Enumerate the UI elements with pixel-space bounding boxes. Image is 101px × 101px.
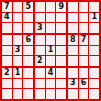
cell-r6c7[interactable] <box>68 56 78 66</box>
cell-r6c8[interactable] <box>79 56 89 66</box>
cell-r9c3[interactable] <box>23 89 33 99</box>
cell-r5c4[interactable] <box>35 46 45 56</box>
cell-r7c4[interactable] <box>35 68 45 78</box>
cell-r6c4: 2 <box>35 56 45 66</box>
cell-r8c2[interactable] <box>13 79 23 89</box>
cell-r7c7[interactable] <box>68 68 78 78</box>
box-2-1: 63 <box>2 35 33 66</box>
cell-r6c5[interactable] <box>46 56 56 66</box>
cell-r8c4[interactable] <box>35 79 45 89</box>
cell-r5c5: 1 <box>46 46 56 56</box>
box-2-3: 87 <box>68 35 99 66</box>
cell-r2c6[interactable] <box>56 13 66 23</box>
cell-r8c6[interactable] <box>56 79 66 89</box>
cell-r2c3[interactable] <box>23 13 33 23</box>
cell-r2c9: 1 <box>89 13 99 23</box>
cell-r5c2: 3 <box>13 46 23 56</box>
box-1-3: 1 <box>68 2 99 33</box>
cell-r9c5[interactable] <box>46 89 56 99</box>
cell-r5c8[interactable] <box>79 46 89 56</box>
cell-r1c3: 5 <box>23 2 33 12</box>
cell-r9c9[interactable] <box>89 89 99 99</box>
cell-r7c3[interactable] <box>23 68 33 78</box>
cell-r2c7[interactable] <box>68 13 78 23</box>
cell-r1c8[interactable] <box>79 2 89 12</box>
cell-r2c2[interactable] <box>13 13 23 23</box>
cell-r9c4[interactable] <box>35 89 45 99</box>
cell-r7c6[interactable] <box>56 68 66 78</box>
cell-r3c2[interactable] <box>13 23 23 33</box>
cell-r1c4[interactable] <box>35 2 45 12</box>
cell-r3c9[interactable] <box>89 23 99 33</box>
cell-r9c6[interactable] <box>56 89 66 99</box>
cell-r8c1[interactable] <box>2 79 12 89</box>
cell-r3c5[interactable] <box>46 23 56 33</box>
cell-r3c1[interactable] <box>2 23 12 33</box>
cell-r2c8[interactable] <box>79 13 89 23</box>
cell-r4c7: 8 <box>68 35 78 45</box>
cell-r5c7[interactable] <box>68 46 78 56</box>
box-1-2: 93 <box>35 2 66 33</box>
cell-r4c4[interactable] <box>35 35 45 45</box>
cell-r7c5: 4 <box>46 68 56 78</box>
cell-r1c2[interactable] <box>13 2 23 12</box>
cell-r4c6[interactable] <box>56 35 66 45</box>
cell-r1c5[interactable] <box>46 2 56 12</box>
cell-r9c2[interactable] <box>13 89 23 99</box>
cell-r7c8[interactable] <box>79 68 89 78</box>
cell-r7c2: 1 <box>13 68 23 78</box>
cell-r5c6[interactable] <box>56 46 66 56</box>
cell-r6c2[interactable] <box>13 56 23 66</box>
box-2-2: 12 <box>35 35 66 66</box>
cell-r1c7[interactable] <box>68 2 78 12</box>
cell-r6c9[interactable] <box>89 56 99 66</box>
cell-r3c7[interactable] <box>68 23 78 33</box>
cell-r7c9[interactable] <box>89 68 99 78</box>
cell-r2c5[interactable] <box>46 13 56 23</box>
box-3-3: 36 <box>68 68 99 99</box>
box-3-2: 4 <box>35 68 66 99</box>
cell-r6c1[interactable] <box>2 56 12 66</box>
cell-r3c3[interactable] <box>23 23 33 33</box>
sudoku-board: 75493163128721436 <box>0 0 101 101</box>
cell-r2c4[interactable] <box>35 13 45 23</box>
cell-r3c8[interactable] <box>79 23 89 33</box>
cell-r8c5[interactable] <box>46 79 56 89</box>
cell-r2c1: 4 <box>2 13 12 23</box>
cell-r4c9[interactable] <box>89 35 99 45</box>
cell-r3c4: 3 <box>35 23 45 33</box>
cell-r1c1: 7 <box>2 2 12 12</box>
cell-r4c5[interactable] <box>46 35 56 45</box>
cell-r9c1[interactable] <box>2 89 12 99</box>
box-3-1: 21 <box>2 68 33 99</box>
cell-r4c8: 7 <box>79 35 89 45</box>
cell-r3c6[interactable] <box>56 23 66 33</box>
cell-r5c9[interactable] <box>89 46 99 56</box>
cell-r9c7[interactable] <box>68 89 78 99</box>
cell-r8c3[interactable] <box>23 79 33 89</box>
cell-r8c9[interactable] <box>89 79 99 89</box>
cell-r4c2[interactable] <box>13 35 23 45</box>
cell-r1c6: 9 <box>56 2 66 12</box>
cell-r7c1: 2 <box>2 68 12 78</box>
cell-r9c8[interactable] <box>79 89 89 99</box>
cell-r1c9[interactable] <box>89 2 99 12</box>
cell-r6c3[interactable] <box>23 56 33 66</box>
cell-r6c6[interactable] <box>56 56 66 66</box>
cell-r8c8: 6 <box>79 79 89 89</box>
cell-r5c1[interactable] <box>2 46 12 56</box>
cell-r5c3[interactable] <box>23 46 33 56</box>
cell-r4c1[interactable] <box>2 35 12 45</box>
cell-r4c3: 6 <box>23 35 33 45</box>
cell-r8c7: 3 <box>68 79 78 89</box>
box-1-1: 754 <box>2 2 33 33</box>
